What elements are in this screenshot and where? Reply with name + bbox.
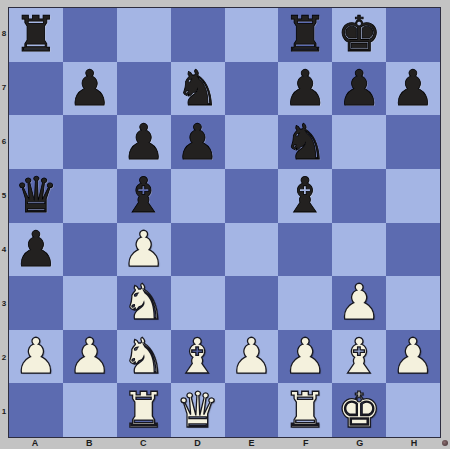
piece-black-pawn: ♟ — [68, 62, 112, 115]
square-d3[interactable] — [171, 276, 225, 330]
square-e8[interactable] — [225, 8, 279, 62]
piece-white-pawn: ♟ — [122, 223, 166, 276]
square-g2[interactable]: ♝ — [332, 330, 386, 384]
piece-white-knight: ♞ — [122, 330, 166, 383]
square-c2[interactable]: ♞ — [117, 330, 171, 384]
square-h4[interactable] — [386, 223, 440, 277]
piece-black-bishop: ♝ — [122, 169, 166, 222]
piece-white-bishop: ♝ — [337, 330, 381, 383]
square-h8[interactable] — [386, 8, 440, 62]
square-a8[interactable]: ♜ — [9, 8, 63, 62]
square-g1[interactable]: ♚ — [332, 383, 386, 437]
square-e2[interactable]: ♟ — [225, 330, 279, 384]
rank-label-6: 6 — [0, 115, 8, 169]
square-f6[interactable]: ♞ — [278, 115, 332, 169]
file-label-a: A — [8, 436, 62, 449]
square-b8[interactable] — [63, 8, 117, 62]
file-label-b: B — [62, 436, 116, 449]
square-a6[interactable] — [9, 115, 63, 169]
rank-labels: 87654321 — [0, 7, 8, 438]
file-label-d: D — [170, 436, 224, 449]
square-f1[interactable]: ♜ — [278, 383, 332, 437]
square-e7[interactable] — [225, 62, 279, 116]
piece-black-pawn: ♟ — [14, 223, 58, 276]
piece-black-queen: ♛ — [14, 169, 58, 222]
square-h3[interactable] — [386, 276, 440, 330]
square-e1[interactable] — [225, 383, 279, 437]
piece-white-pawn: ♟ — [68, 330, 112, 383]
piece-black-knight: ♞ — [176, 62, 220, 115]
square-g5[interactable] — [332, 169, 386, 223]
square-b4[interactable] — [63, 223, 117, 277]
piece-black-bishop: ♝ — [283, 169, 327, 222]
square-e3[interactable] — [225, 276, 279, 330]
square-c1[interactable]: ♜ — [117, 383, 171, 437]
piece-black-rook: ♜ — [283, 8, 327, 61]
square-f5[interactable]: ♝ — [278, 169, 332, 223]
corner-dot — [442, 440, 448, 446]
piece-black-pawn: ♟ — [391, 62, 435, 115]
square-d1[interactable]: ♛ — [171, 383, 225, 437]
square-f3[interactable] — [278, 276, 332, 330]
piece-white-rook: ♜ — [122, 384, 166, 437]
square-c5[interactable]: ♝ — [117, 169, 171, 223]
square-a1[interactable] — [9, 383, 63, 437]
piece-black-rook: ♜ — [14, 8, 58, 61]
rank-label-1: 1 — [0, 384, 8, 438]
rank-label-8: 8 — [0, 7, 8, 61]
square-h7[interactable]: ♟ — [386, 62, 440, 116]
square-b3[interactable] — [63, 276, 117, 330]
rank-label-4: 4 — [0, 223, 8, 277]
piece-black-pawn: ♟ — [122, 116, 166, 169]
square-b6[interactable] — [63, 115, 117, 169]
square-b1[interactable] — [63, 383, 117, 437]
piece-white-pawn: ♟ — [337, 276, 381, 329]
square-g4[interactable] — [332, 223, 386, 277]
rank-label-3: 3 — [0, 276, 8, 330]
piece-black-pawn: ♟ — [176, 116, 220, 169]
piece-black-pawn: ♟ — [337, 62, 381, 115]
square-d6[interactable]: ♟ — [171, 115, 225, 169]
piece-white-rook: ♜ — [283, 384, 327, 437]
square-c4[interactable]: ♟ — [117, 223, 171, 277]
square-g7[interactable]: ♟ — [332, 62, 386, 116]
piece-white-queen: ♛ — [176, 384, 220, 437]
square-e6[interactable] — [225, 115, 279, 169]
square-g6[interactable] — [332, 115, 386, 169]
square-g3[interactable]: ♟ — [332, 276, 386, 330]
piece-white-pawn: ♟ — [283, 330, 327, 383]
square-d2[interactable]: ♝ — [171, 330, 225, 384]
piece-white-pawn: ♟ — [229, 330, 273, 383]
chess-board[interactable]: ♜♜♚♟♞♟♟♟♟♟♞♛♝♝♟♟♞♟♟♟♞♝♟♟♝♟♜♛♜♚ — [8, 7, 441, 438]
piece-black-knight: ♞ — [283, 116, 327, 169]
square-f7[interactable]: ♟ — [278, 62, 332, 116]
rank-label-7: 7 — [0, 61, 8, 115]
square-f8[interactable]: ♜ — [278, 8, 332, 62]
piece-white-king: ♚ — [337, 384, 381, 437]
square-f2[interactable]: ♟ — [278, 330, 332, 384]
file-label-g: G — [333, 436, 387, 449]
file-labels: ABCDEFGH — [8, 436, 441, 449]
square-a5[interactable]: ♛ — [9, 169, 63, 223]
file-label-f: F — [279, 436, 333, 449]
square-d7[interactable]: ♞ — [171, 62, 225, 116]
piece-black-king: ♚ — [337, 8, 381, 61]
square-d5[interactable] — [171, 169, 225, 223]
piece-white-knight: ♞ — [122, 276, 166, 329]
square-c8[interactable] — [117, 8, 171, 62]
square-c6[interactable]: ♟ — [117, 115, 171, 169]
square-a7[interactable] — [9, 62, 63, 116]
square-h5[interactable] — [386, 169, 440, 223]
piece-white-pawn: ♟ — [391, 330, 435, 383]
rank-label-2: 2 — [0, 330, 8, 384]
rank-label-5: 5 — [0, 169, 8, 223]
square-b5[interactable] — [63, 169, 117, 223]
square-c7[interactable] — [117, 62, 171, 116]
square-a2[interactable]: ♟ — [9, 330, 63, 384]
chess-app-window: 87654321 ♜♜♚♟♞♟♟♟♟♟♞♛♝♝♟♟♞♟♟♟♞♝♟♟♝♟♜♛♜♚ … — [0, 0, 450, 449]
file-label-h: H — [387, 436, 441, 449]
square-b7[interactable]: ♟ — [63, 62, 117, 116]
square-c3[interactable]: ♞ — [117, 276, 171, 330]
square-a4[interactable]: ♟ — [9, 223, 63, 277]
square-a3[interactable] — [9, 276, 63, 330]
piece-white-bishop: ♝ — [176, 330, 220, 383]
square-d4[interactable] — [171, 223, 225, 277]
square-d8[interactable] — [171, 8, 225, 62]
piece-white-pawn: ♟ — [14, 330, 58, 383]
square-b2[interactable]: ♟ — [63, 330, 117, 384]
square-g8[interactable]: ♚ — [332, 8, 386, 62]
square-e5[interactable] — [225, 169, 279, 223]
file-label-e: E — [225, 436, 279, 449]
square-h2[interactable]: ♟ — [386, 330, 440, 384]
piece-black-pawn: ♟ — [283, 62, 327, 115]
square-h6[interactable] — [386, 115, 440, 169]
square-h1[interactable] — [386, 383, 440, 437]
file-label-c: C — [116, 436, 170, 449]
square-e4[interactable] — [225, 223, 279, 277]
square-f4[interactable] — [278, 223, 332, 277]
